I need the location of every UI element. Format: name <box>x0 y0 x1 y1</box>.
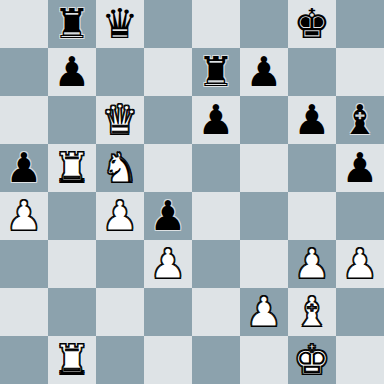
square-f3[interactable] <box>240 240 288 288</box>
square-e6[interactable]: ♟ <box>192 96 240 144</box>
square-d1[interactable] <box>144 336 192 384</box>
square-c5[interactable]: ♞ <box>96 144 144 192</box>
square-g3[interactable]: ♟ <box>288 240 336 288</box>
white-knight[interactable]: ♞ <box>96 144 144 192</box>
square-h1[interactable] <box>336 336 384 384</box>
square-h3[interactable]: ♟ <box>336 240 384 288</box>
square-e2[interactable] <box>192 288 240 336</box>
white-pawn[interactable]: ♟ <box>0 192 48 240</box>
square-c4[interactable]: ♟ <box>96 192 144 240</box>
square-b3[interactable] <box>48 240 96 288</box>
square-d5[interactable] <box>144 144 192 192</box>
square-d7[interactable] <box>144 48 192 96</box>
black-bishop[interactable]: ♝ <box>336 96 384 144</box>
square-a3[interactable] <box>0 240 48 288</box>
square-h4[interactable] <box>336 192 384 240</box>
square-b1[interactable]: ♜ <box>48 336 96 384</box>
square-h2[interactable] <box>336 288 384 336</box>
black-pawn[interactable]: ♟ <box>144 192 192 240</box>
square-e1[interactable] <box>192 336 240 384</box>
square-b8[interactable]: ♜ <box>48 0 96 48</box>
white-bishop[interactable]: ♝ <box>288 288 336 336</box>
square-g1[interactable]: ♚ <box>288 336 336 384</box>
square-f5[interactable] <box>240 144 288 192</box>
white-queen[interactable]: ♛ <box>96 96 144 144</box>
square-a2[interactable] <box>0 288 48 336</box>
square-e5[interactable] <box>192 144 240 192</box>
black-pawn[interactable]: ♟ <box>288 96 336 144</box>
square-c3[interactable] <box>96 240 144 288</box>
black-pawn[interactable]: ♟ <box>240 48 288 96</box>
square-h6[interactable]: ♝ <box>336 96 384 144</box>
square-h7[interactable] <box>336 48 384 96</box>
square-e3[interactable] <box>192 240 240 288</box>
white-king[interactable]: ♚ <box>288 336 336 384</box>
square-e4[interactable] <box>192 192 240 240</box>
square-d8[interactable] <box>144 0 192 48</box>
black-rook[interactable]: ♜ <box>48 0 96 48</box>
square-g4[interactable] <box>288 192 336 240</box>
black-king[interactable]: ♚ <box>288 0 336 48</box>
square-b7[interactable]: ♟ <box>48 48 96 96</box>
square-f6[interactable] <box>240 96 288 144</box>
black-pawn[interactable]: ♟ <box>48 48 96 96</box>
square-g2[interactable]: ♝ <box>288 288 336 336</box>
square-e8[interactable] <box>192 0 240 48</box>
black-pawn[interactable]: ♟ <box>192 96 240 144</box>
white-pawn[interactable]: ♟ <box>288 240 336 288</box>
white-pawn[interactable]: ♟ <box>240 288 288 336</box>
black-queen[interactable]: ♛ <box>96 0 144 48</box>
square-g8[interactable]: ♚ <box>288 0 336 48</box>
square-c6[interactable]: ♛ <box>96 96 144 144</box>
square-f4[interactable] <box>240 192 288 240</box>
square-g6[interactable]: ♟ <box>288 96 336 144</box>
square-a8[interactable] <box>0 0 48 48</box>
black-pawn[interactable]: ♟ <box>0 144 48 192</box>
square-g5[interactable] <box>288 144 336 192</box>
square-f1[interactable] <box>240 336 288 384</box>
square-d6[interactable] <box>144 96 192 144</box>
square-b6[interactable] <box>48 96 96 144</box>
white-rook[interactable]: ♜ <box>48 336 96 384</box>
square-d2[interactable] <box>144 288 192 336</box>
square-c7[interactable] <box>96 48 144 96</box>
square-f7[interactable]: ♟ <box>240 48 288 96</box>
square-g7[interactable] <box>288 48 336 96</box>
square-a7[interactable] <box>0 48 48 96</box>
square-a6[interactable] <box>0 96 48 144</box>
square-b2[interactable] <box>48 288 96 336</box>
square-f8[interactable] <box>240 0 288 48</box>
square-d4[interactable]: ♟ <box>144 192 192 240</box>
square-e7[interactable]: ♜ <box>192 48 240 96</box>
square-a1[interactable] <box>0 336 48 384</box>
square-d3[interactable]: ♟ <box>144 240 192 288</box>
square-f2[interactable]: ♟ <box>240 288 288 336</box>
square-c2[interactable] <box>96 288 144 336</box>
square-a4[interactable]: ♟ <box>0 192 48 240</box>
square-h5[interactable]: ♟ <box>336 144 384 192</box>
black-pawn[interactable]: ♟ <box>336 144 384 192</box>
square-c8[interactable]: ♛ <box>96 0 144 48</box>
white-pawn[interactable]: ♟ <box>96 192 144 240</box>
square-a5[interactable]: ♟ <box>0 144 48 192</box>
black-rook[interactable]: ♜ <box>192 48 240 96</box>
square-b5[interactable]: ♜ <box>48 144 96 192</box>
chess-board: ♜♛♚♟♜♟♛♟♟♝♟♜♞♟♟♟♟♟♟♟♟♝♜♚ <box>0 0 384 384</box>
square-c1[interactable] <box>96 336 144 384</box>
white-pawn[interactable]: ♟ <box>144 240 192 288</box>
square-h8[interactable] <box>336 0 384 48</box>
white-rook[interactable]: ♜ <box>48 144 96 192</box>
white-pawn[interactable]: ♟ <box>336 240 384 288</box>
square-b4[interactable] <box>48 192 96 240</box>
